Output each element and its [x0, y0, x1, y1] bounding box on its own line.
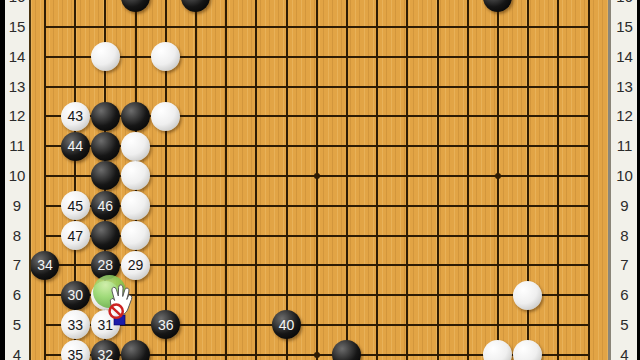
move-number: 46 [98, 198, 114, 214]
move-number: 28 [98, 257, 114, 273]
row-label-right-15: 15 [612, 17, 637, 37]
white-stone[interactable] [513, 340, 542, 360]
row-label-right-13: 13 [612, 77, 637, 97]
white-stone-45[interactable]: 45 [61, 191, 90, 220]
row-label-right-14: 14 [612, 47, 637, 67]
black-stone-40[interactable]: 40 [272, 310, 301, 339]
row-label-left-12: 12 [5, 106, 29, 126]
hand-blocked-cursor-icon [100, 282, 136, 326]
black-stone[interactable] [121, 0, 150, 12]
row-label-left-7: 7 [5, 255, 29, 275]
move-number: 32 [98, 347, 114, 360]
move-number: 33 [67, 317, 83, 333]
move-number: 45 [67, 198, 83, 214]
row-label-left-4: 4 [5, 345, 29, 360]
move-number: 44 [67, 138, 83, 154]
board-edge-left [29, 0, 31, 360]
white-stone[interactable] [151, 102, 180, 131]
row-label-right-5: 5 [612, 315, 637, 335]
row-label-left-15: 15 [5, 17, 29, 37]
move-number: 35 [67, 347, 83, 360]
black-stone-34[interactable]: 34 [30, 251, 59, 280]
black-stone-30[interactable]: 30 [61, 281, 90, 310]
white-stone-47[interactable]: 47 [61, 221, 90, 250]
row-label-right-10: 10 [612, 166, 637, 186]
row-label-right-4: 4 [612, 345, 637, 360]
black-stone-46[interactable]: 46 [91, 191, 120, 220]
black-stone-36[interactable]: 36 [151, 310, 180, 339]
white-stone[interactable] [483, 340, 512, 360]
black-stone[interactable] [332, 340, 361, 360]
move-number: 47 [67, 228, 83, 244]
row-label-left-13: 13 [5, 77, 29, 97]
black-stone[interactable] [91, 221, 120, 250]
white-stone[interactable] [121, 221, 150, 250]
row-label-right-11: 11 [612, 136, 637, 156]
white-stone-33[interactable]: 33 [61, 310, 90, 339]
black-stone[interactable] [91, 161, 120, 190]
row-label-left-9: 9 [5, 196, 29, 216]
row-label-left-16: 16 [5, 0, 29, 7]
black-stone-44[interactable]: 44 [61, 132, 90, 161]
black-stone[interactable] [91, 132, 120, 161]
move-number: 36 [158, 317, 174, 333]
move-number: 30 [67, 287, 83, 303]
move-number: 43 [67, 108, 83, 124]
black-stone[interactable] [121, 102, 150, 131]
black-stone[interactable] [91, 102, 120, 131]
white-stone-29[interactable]: 29 [121, 251, 150, 280]
row-label-right-12: 12 [612, 106, 637, 126]
white-stone-43[interactable]: 43 [61, 102, 90, 131]
white-stone[interactable] [121, 161, 150, 190]
white-stone[interactable] [151, 42, 180, 71]
go-board-screen: 434445464734282930333136403532 161514131… [0, 0, 640, 360]
black-stone[interactable] [181, 0, 210, 12]
black-stone-32[interactable]: 32 [91, 340, 120, 360]
row-label-right-8: 8 [612, 226, 637, 246]
row-label-left-6: 6 [5, 285, 29, 305]
row-label-right-16: 16 [612, 0, 637, 7]
move-number: 29 [128, 257, 144, 273]
white-stone[interactable] [121, 191, 150, 220]
black-stone[interactable] [483, 0, 512, 12]
move-number: 34 [37, 257, 53, 273]
row-label-right-7: 7 [612, 255, 637, 275]
row-label-right-6: 6 [612, 285, 637, 305]
row-label-left-8: 8 [5, 226, 29, 246]
row-label-left-10: 10 [5, 166, 29, 186]
row-label-left-11: 11 [5, 136, 29, 156]
move-number: 40 [279, 317, 295, 333]
row-label-left-14: 14 [5, 47, 29, 67]
white-stone[interactable] [91, 42, 120, 71]
row-label-left-5: 5 [5, 315, 29, 335]
black-stone[interactable] [121, 340, 150, 360]
white-stone[interactable] [513, 281, 542, 310]
row-label-right-9: 9 [612, 196, 637, 216]
white-stone[interactable] [121, 132, 150, 161]
white-stone-35[interactable]: 35 [61, 340, 90, 360]
